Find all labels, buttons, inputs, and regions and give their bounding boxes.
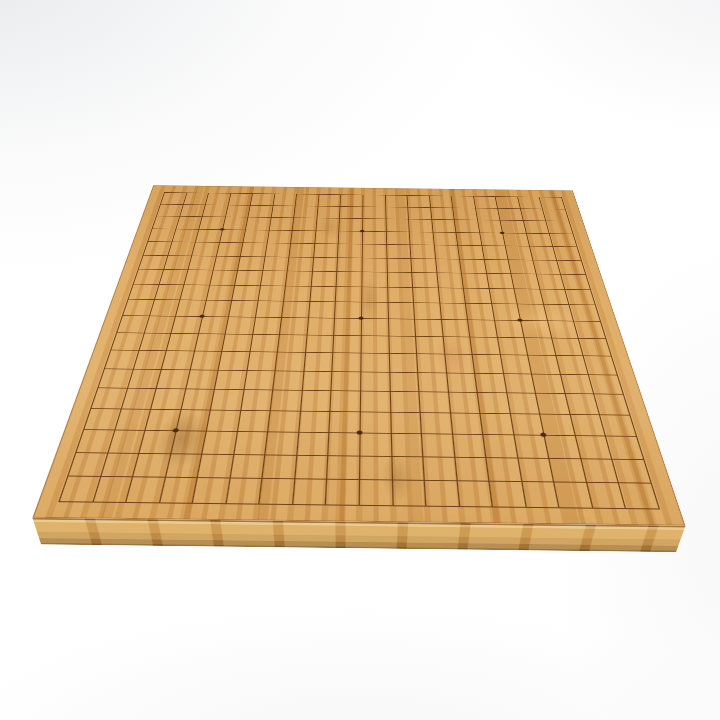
- grid-cell: [197, 454, 233, 478]
- grid-cell: [206, 409, 240, 431]
- grid-cell: [234, 270, 262, 285]
- grid-cell: [290, 230, 315, 243]
- grid-cell: [110, 332, 143, 350]
- grid-cell: [210, 389, 243, 410]
- grid-cell: [337, 257, 362, 271]
- grid-cell: [338, 231, 362, 244]
- grid-cell: [317, 194, 340, 206]
- star-point: [360, 230, 364, 232]
- grid-cell: [295, 194, 318, 206]
- grid-cell: [391, 480, 425, 506]
- grid-cell: [479, 232, 505, 245]
- grid-cell: [222, 333, 253, 351]
- grid-cell: [497, 337, 528, 355]
- grid-cell: [578, 338, 611, 356]
- grid-cell: [556, 260, 585, 275]
- grid-cell: [452, 207, 477, 219]
- grid-cell: [202, 300, 232, 316]
- grid-cell: [312, 257, 338, 271]
- grid-cell: [333, 335, 361, 353]
- grid-cell: [265, 432, 298, 455]
- grid-cell: [271, 205, 295, 217]
- grid-cell: [240, 243, 266, 257]
- grid-cell: [100, 452, 139, 476]
- grid-cell: [361, 302, 388, 318]
- grid-cell: [138, 430, 175, 453]
- grid-cell: [520, 320, 551, 337]
- grid-cell: [481, 245, 508, 259]
- grid-cell: [433, 245, 459, 259]
- grid-cell: [432, 232, 457, 245]
- grid-cell: [473, 196, 497, 208]
- grid-cell: [240, 389, 272, 410]
- grid-cell: [565, 289, 595, 305]
- grid-cell: [205, 193, 230, 205]
- grid-cell: [390, 433, 422, 456]
- grid-cell: [340, 194, 363, 206]
- star-point: [357, 431, 363, 435]
- grid-cell: [508, 259, 536, 274]
- grid-cell: [555, 355, 588, 374]
- grid-cell: [262, 454, 296, 478]
- grid-cell: [309, 286, 336, 302]
- grid-cell: [461, 273, 488, 288]
- grid-cell: [360, 411, 391, 433]
- grid-cell: [277, 334, 306, 352]
- grid-cell: [270, 390, 302, 411]
- grid-cell: [415, 336, 444, 354]
- grid-cell: [248, 205, 273, 217]
- grid-cell: [500, 354, 532, 373]
- grid-cell: [150, 388, 185, 409]
- grid-cell: [446, 372, 477, 392]
- grid-cell: [294, 205, 318, 217]
- grid-cell: [527, 355, 559, 374]
- grid-cell: [418, 392, 449, 413]
- grid-cell: [386, 258, 411, 272]
- grid-cell: [524, 337, 555, 355]
- grid-cell: [75, 429, 113, 452]
- grid-cell: [191, 242, 218, 256]
- grid-cell: [360, 391, 390, 412]
- grid-cell: [125, 477, 164, 503]
- grid-cell: [283, 286, 310, 302]
- grid-cell: [339, 218, 363, 231]
- grid-cell: [306, 318, 334, 335]
- grid-cell: [116, 315, 148, 332]
- grid-cell: [170, 431, 206, 454]
- grid-cell: [407, 207, 431, 219]
- grid-cell: [474, 373, 506, 393]
- grid-cell: [477, 392, 510, 413]
- grid-cell: [421, 434, 454, 457]
- grid-cell: [311, 271, 337, 286]
- grid-cell: [441, 319, 470, 336]
- grid-cell: [605, 436, 643, 459]
- grid-cell: [388, 335, 416, 353]
- grid-cell: [327, 455, 360, 479]
- grid-cell: [336, 271, 362, 286]
- grid-cell: [279, 317, 308, 334]
- grid-cell: [390, 412, 421, 434]
- grid-cell: [189, 351, 221, 370]
- grid-cell: [448, 392, 480, 413]
- grid-cell: [292, 218, 316, 231]
- grid-cell: [450, 412, 483, 434]
- grid-cell: [503, 373, 535, 393]
- grid-cell: [164, 453, 201, 477]
- grid-cell: [386, 244, 411, 258]
- grid-cell: [388, 353, 417, 372]
- grid-cell: [422, 456, 456, 480]
- grid-cell: [202, 431, 237, 454]
- grid-cell: [485, 457, 521, 481]
- grid-cell: [483, 259, 510, 274]
- grid-cell: [583, 355, 617, 374]
- grid-cell: [145, 409, 181, 431]
- grid-cell: [144, 316, 176, 333]
- grid-cell: [198, 316, 228, 333]
- grid-cell: [180, 284, 210, 300]
- grid-cell: [389, 372, 419, 392]
- grid-cell: [416, 353, 446, 372]
- grid-cell: [246, 351, 277, 370]
- grid-cell: [275, 352, 305, 371]
- grid-cell: [127, 369, 161, 389]
- grid-cell: [467, 319, 496, 336]
- grid-cell: [259, 478, 294, 504]
- grid-cell: [417, 372, 447, 392]
- grid-cell: [480, 413, 514, 435]
- grid-cell: [237, 256, 264, 270]
- go-board: [32, 185, 685, 525]
- grid-cell: [359, 456, 391, 480]
- grid-cell: [237, 410, 270, 432]
- grid-cell: [535, 393, 569, 414]
- go-grid-19x19: [58, 192, 660, 509]
- grid-cell: [436, 273, 463, 288]
- grid-cell: [228, 193, 253, 205]
- grid-cell: [580, 458, 618, 482]
- grid-cell: [159, 477, 197, 503]
- grid-cell: [387, 302, 414, 318]
- grid-cell: [334, 302, 361, 318]
- grid-cell: [456, 481, 492, 507]
- grid-cell: [120, 388, 155, 409]
- grid-cell: [414, 319, 442, 336]
- grid-cell: [325, 479, 359, 505]
- grid-cell: [548, 458, 585, 482]
- grid-cell: [362, 195, 384, 207]
- grid-cell: [497, 208, 522, 220]
- grid-cell: [547, 320, 578, 337]
- grid-cell: [389, 391, 419, 412]
- grid-cell: [362, 206, 385, 218]
- grid-cell: [542, 209, 568, 221]
- grid-cell: [411, 272, 437, 287]
- grid-cell: [486, 273, 514, 288]
- grid-cell: [212, 256, 240, 270]
- grid-cell: [245, 217, 270, 230]
- grid-cell: [195, 229, 222, 242]
- grid-cell: [387, 287, 413, 303]
- grid-cell: [264, 243, 290, 257]
- grid-cell: [463, 288, 491, 304]
- grid-cell: [553, 482, 592, 508]
- grid-cell: [513, 435, 548, 458]
- grid-cell: [222, 217, 248, 230]
- grid-cell: [430, 207, 454, 219]
- grid-cell: [438, 288, 465, 304]
- grid-cell: [452, 434, 486, 457]
- grid-cell: [465, 303, 494, 319]
- grid-cell: [410, 258, 436, 273]
- grid-cell: [569, 414, 605, 436]
- grid-cell: [225, 205, 250, 217]
- grid-cell: [482, 434, 517, 457]
- grid-cell: [444, 354, 474, 373]
- grid-cell: [273, 194, 297, 206]
- grid-cell: [285, 271, 312, 286]
- grid-cell: [156, 369, 190, 389]
- grid-cell: [205, 285, 234, 301]
- grid-cell: [539, 413, 574, 435]
- grid-cell: [495, 196, 520, 208]
- grid-cell: [454, 220, 479, 233]
- grid-cell: [517, 457, 553, 481]
- grid-cell: [413, 303, 440, 319]
- grid-cell: [316, 206, 340, 218]
- grid-cell: [267, 410, 300, 432]
- grid-cell: [424, 480, 459, 506]
- grid-cell: [599, 414, 636, 436]
- grid-cell: [255, 301, 284, 317]
- grid-cell: [192, 478, 229, 504]
- star-point: [500, 231, 505, 233]
- grid-cell: [337, 244, 362, 258]
- grid-cell: [90, 388, 126, 409]
- grid-cell: [407, 195, 430, 207]
- grid-cell: [618, 483, 658, 509]
- grid-cell: [544, 435, 580, 458]
- grid-cell: [225, 317, 255, 334]
- grid-cell: [361, 287, 387, 303]
- grid-cell: [273, 370, 304, 390]
- grid-cell: [546, 221, 573, 234]
- grid-cell: [328, 432, 360, 455]
- grid-cell: [391, 456, 424, 480]
- grid-cell: [509, 413, 543, 435]
- grid-cell: [180, 389, 214, 410]
- grid-cell: [442, 336, 472, 354]
- grid-cell: [454, 457, 489, 481]
- grid-cell: [549, 233, 576, 246]
- grid-cell: [553, 246, 581, 260]
- grid-cell: [185, 369, 218, 389]
- grid-cell: [362, 231, 386, 244]
- grid-cell: [361, 335, 389, 353]
- grid-cell: [456, 232, 482, 245]
- grid-cell: [451, 196, 475, 208]
- grid-cell: [219, 229, 245, 242]
- grid-cell: [249, 334, 279, 352]
- grid-cell: [104, 350, 138, 369]
- grid-cell: [511, 274, 539, 289]
- grid-cell: [362, 244, 386, 258]
- grid-cell: [228, 300, 257, 316]
- grid-cell: [250, 193, 274, 205]
- grid-cell: [361, 272, 386, 287]
- grid-cell: [243, 230, 269, 243]
- grid-cell: [594, 394, 630, 415]
- grid-cell: [409, 232, 434, 245]
- grid-cell: [410, 245, 435, 259]
- grid-cell: [477, 220, 502, 233]
- grid-cell: [491, 304, 520, 321]
- grid-cell: [97, 368, 132, 388]
- grid-cell: [472, 354, 503, 373]
- grid-cell: [385, 207, 408, 219]
- grid-cell: [300, 390, 331, 411]
- grid-cell: [257, 285, 285, 301]
- grid-cell: [225, 478, 261, 504]
- star-point: [540, 433, 547, 437]
- grid-cell: [489, 481, 526, 507]
- grid-cell: [114, 408, 150, 430]
- grid-cell: [231, 285, 259, 301]
- grid-cell: [362, 218, 385, 231]
- grid-cell: [294, 455, 328, 479]
- go-board-scene: [106, 63, 617, 574]
- grid-cell: [521, 481, 559, 507]
- grid-cell: [459, 259, 486, 274]
- grid-cell: [314, 230, 338, 243]
- grid-cell: [457, 245, 483, 259]
- grid-cell: [612, 459, 651, 483]
- grid-cell: [252, 317, 281, 334]
- grid-cell: [188, 256, 216, 270]
- grid-cell: [574, 435, 611, 458]
- grid-cell: [588, 374, 623, 394]
- grid-cell: [420, 412, 452, 434]
- grid-cell: [83, 408, 120, 430]
- grid-cell: [202, 204, 228, 216]
- grid-cell: [287, 257, 313, 271]
- star-point: [517, 319, 523, 322]
- grid-cell: [435, 258, 461, 273]
- grid-cell: [107, 430, 145, 453]
- grid-cell: [330, 390, 360, 411]
- grid-cell: [133, 350, 166, 369]
- grid-cell: [303, 352, 332, 371]
- grid-cell: [161, 350, 194, 369]
- grid-cell: [386, 272, 412, 287]
- grid-cell: [269, 217, 294, 230]
- grid-cell: [262, 256, 289, 270]
- star-point: [358, 317, 363, 320]
- grid-cell: [216, 242, 243, 256]
- grid-cell: [289, 243, 314, 257]
- grid-cell: [138, 332, 171, 350]
- grid-cell: [385, 219, 409, 232]
- star-point: [172, 428, 179, 432]
- grid-cell: [335, 286, 361, 302]
- grid-cell: [361, 318, 388, 335]
- grid-cell: [385, 195, 408, 207]
- grid-cell: [305, 334, 334, 352]
- grid-cell: [229, 454, 264, 478]
- grid-cell: [218, 351, 249, 370]
- star-point: [199, 315, 205, 318]
- grid-cell: [551, 337, 583, 355]
- grid-cell: [209, 270, 237, 285]
- grid-cell: [339, 206, 362, 218]
- grid-cell: [505, 246, 532, 260]
- grid-cell: [362, 258, 387, 272]
- grid-cell: [359, 480, 392, 506]
- grid-cell: [329, 411, 360, 433]
- grid-cell: [360, 371, 389, 391]
- grid-cell: [439, 303, 467, 319]
- grid-cell: [59, 476, 100, 502]
- grid-cell: [166, 333, 198, 351]
- grid-cell: [488, 288, 517, 304]
- grid-cell: [539, 197, 565, 209]
- grid-cell: [560, 374, 594, 394]
- grid-cell: [331, 371, 360, 391]
- grid-cell: [308, 301, 335, 317]
- grid-cell: [281, 301, 309, 317]
- grid-cell: [506, 393, 539, 414]
- grid-cell: [586, 482, 625, 508]
- grid-cell: [494, 320, 524, 337]
- grid-cell: [569, 305, 600, 322]
- grid-cell: [171, 316, 202, 333]
- product-photo-page: { "game": "go", "title": "Empty bamboo G…: [0, 0, 720, 720]
- grid-cell: [412, 287, 439, 303]
- grid-cell: [502, 233, 529, 246]
- grid-cell: [313, 243, 338, 257]
- grid-cell: [233, 431, 267, 454]
- grid-cell: [175, 409, 210, 431]
- grid-cell: [385, 231, 409, 244]
- grid-cell: [560, 274, 589, 289]
- grid-cell: [388, 318, 416, 335]
- grid-cell: [214, 370, 246, 390]
- grid-cell: [260, 271, 287, 286]
- grid-cell: [296, 432, 329, 455]
- grid-cell: [334, 318, 361, 335]
- grid-cell: [469, 336, 499, 354]
- board-top-surface: [32, 185, 685, 525]
- grid-cell: [298, 411, 330, 433]
- grid-cell: [531, 373, 564, 393]
- grid-cell: [573, 321, 605, 338]
- grid-cell: [359, 433, 391, 456]
- grid-cell: [332, 352, 361, 371]
- grid-cell: [92, 476, 132, 502]
- grid-cell: [194, 333, 225, 351]
- grid-cell: [429, 195, 453, 207]
- grid-cell: [315, 218, 339, 231]
- grid-cell: [302, 371, 332, 391]
- grid-cell: [564, 393, 599, 414]
- grid-cell: [408, 219, 432, 232]
- grid-cell: [67, 452, 107, 476]
- grid-cell: [360, 353, 388, 372]
- grid-cell: [243, 370, 275, 390]
- grid-cell: [132, 453, 170, 477]
